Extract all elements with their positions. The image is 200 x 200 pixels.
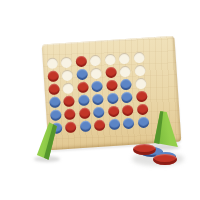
disc-blue-r5c4 <box>93 106 105 118</box>
disc-blue-r4c5 <box>106 92 118 104</box>
disc-red-r2c5 <box>105 66 117 78</box>
left-stand-foot <box>36 121 58 161</box>
hole-empty-r1c5 <box>104 53 116 65</box>
disc-blue-r2c3 <box>76 68 88 80</box>
disc-blue-r5c1 <box>49 109 61 121</box>
hole-empty-r1c6 <box>118 52 130 64</box>
disc-red-r1c3 <box>75 55 87 67</box>
disc-red-r3c5 <box>106 79 118 91</box>
disc-red-r2c1 <box>47 70 59 82</box>
loose-disc-red <box>133 144 156 155</box>
disc-blue-r6c5 <box>108 118 120 130</box>
disc-blue-r4c6 <box>121 91 133 103</box>
hole-empty-r1c4 <box>89 54 101 66</box>
right-stand-foot <box>151 110 179 149</box>
disc-red-r3c3 <box>77 81 89 93</box>
hole-empty-r2c6 <box>119 65 131 77</box>
disc-red-r5c7 <box>136 103 148 115</box>
disc-red-r6c2 <box>65 121 77 133</box>
hole-empty-r1c2 <box>60 56 72 68</box>
disc-red-r3c1 <box>48 83 60 95</box>
hole-empty-r2c4 <box>90 67 102 79</box>
disc-red-r4c7 <box>135 90 147 102</box>
right-foot-front-face <box>151 110 179 149</box>
disc-red-r5c5 <box>107 105 119 117</box>
disc-blue-r6c3 <box>79 120 91 132</box>
loose-disc-red <box>153 154 177 165</box>
disc-blue-r4c4 <box>92 93 104 105</box>
hole-empty-r3c7 <box>135 77 147 89</box>
disc-red-r5c2 <box>64 108 76 120</box>
disc-blue-r6c7 <box>137 116 149 128</box>
disc-red-r5c6 <box>122 104 134 116</box>
disc-red-r6c4 <box>94 119 106 131</box>
disc-red-r4c2 <box>63 95 75 107</box>
hole-empty-r1c7 <box>133 51 145 63</box>
hole-empty-r2c7 <box>134 64 146 76</box>
disc-blue-r6c6 <box>123 117 135 129</box>
disc-blue-r3c4 <box>91 80 103 92</box>
hole-empty-r3c2 <box>62 82 74 94</box>
disc-red-r5c3 <box>78 107 90 119</box>
disc-blue-r4c3 <box>78 94 90 106</box>
disc-blue-r3c6 <box>120 78 132 90</box>
hole-empty-r2c2 <box>61 69 73 81</box>
hole-empty-r1c1 <box>46 57 58 69</box>
connect-four-product-photo <box>0 0 200 200</box>
disc-blue-r4c1 <box>49 96 61 108</box>
